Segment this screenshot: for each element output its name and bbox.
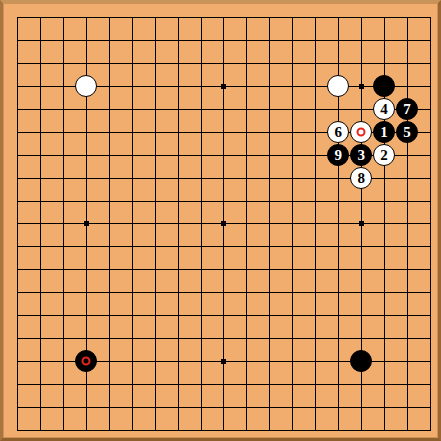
grid-cell bbox=[155, 86, 178, 109]
grid-cell bbox=[269, 40, 292, 63]
grid-cell bbox=[201, 384, 224, 407]
grid-cell bbox=[155, 315, 178, 338]
grid-cell bbox=[201, 269, 224, 292]
grid-cell bbox=[40, 86, 63, 109]
grid-cell bbox=[40, 292, 63, 315]
grid-cell bbox=[155, 361, 178, 384]
grid-cell bbox=[315, 246, 338, 269]
grid-cell bbox=[178, 269, 201, 292]
grid-cell bbox=[86, 201, 109, 224]
grid-cell bbox=[86, 315, 109, 338]
grid-cell bbox=[292, 223, 315, 246]
stone-black-d4 bbox=[75, 350, 97, 372]
move-number-label: 9 bbox=[334, 147, 342, 163]
grid-cell bbox=[407, 223, 430, 246]
grid-cell bbox=[338, 223, 361, 246]
grid-cell bbox=[269, 338, 292, 361]
grid-cell bbox=[246, 338, 269, 361]
grid-cell bbox=[40, 269, 63, 292]
grid-cell bbox=[223, 109, 246, 132]
stone-white-p14 bbox=[350, 121, 372, 143]
grid-cell bbox=[269, 109, 292, 132]
grid-cell bbox=[17, 155, 40, 178]
grid-cell bbox=[338, 384, 361, 407]
grid-cell bbox=[40, 246, 63, 269]
grid-cell bbox=[178, 361, 201, 384]
hoshi-point bbox=[221, 359, 226, 364]
grid-cell bbox=[201, 338, 224, 361]
grid-cell bbox=[109, 361, 132, 384]
hoshi-point bbox=[221, 221, 226, 226]
grid-cell bbox=[63, 223, 86, 246]
grid-cell bbox=[223, 178, 246, 201]
go-board: 476159328 bbox=[0, 0, 441, 441]
grid-cell bbox=[155, 338, 178, 361]
grid-cell bbox=[246, 40, 269, 63]
grid-cell bbox=[63, 40, 86, 63]
grid-cell bbox=[132, 155, 155, 178]
grid-cell bbox=[132, 269, 155, 292]
grid-cell bbox=[63, 109, 86, 132]
grid-cell bbox=[246, 132, 269, 155]
grid-cell bbox=[292, 201, 315, 224]
grid-cell bbox=[178, 201, 201, 224]
stone-white-p12: 8 bbox=[350, 167, 372, 189]
grid-cell bbox=[246, 361, 269, 384]
grid-cell bbox=[315, 315, 338, 338]
grid-cell bbox=[201, 407, 224, 430]
grid-cell bbox=[109, 201, 132, 224]
grid-cell bbox=[292, 17, 315, 40]
grid-cell bbox=[315, 178, 338, 201]
grid-cell bbox=[17, 17, 40, 40]
grid-cell bbox=[384, 246, 407, 269]
grid-cell bbox=[223, 246, 246, 269]
grid-cell bbox=[407, 338, 430, 361]
grid-cell bbox=[155, 155, 178, 178]
grid-cell bbox=[132, 86, 155, 109]
grid-cell bbox=[201, 40, 224, 63]
grid-cell bbox=[292, 109, 315, 132]
grid-cell bbox=[132, 178, 155, 201]
grid-cell bbox=[86, 40, 109, 63]
grid-cell bbox=[407, 384, 430, 407]
grid-cell bbox=[109, 292, 132, 315]
grid-cell bbox=[17, 361, 40, 384]
grid-cell bbox=[384, 178, 407, 201]
grid-cell bbox=[17, 269, 40, 292]
grid-cell bbox=[201, 109, 224, 132]
grid-cell bbox=[246, 86, 269, 109]
grid-cell bbox=[361, 384, 384, 407]
grid-cell bbox=[63, 246, 86, 269]
grid-cell bbox=[338, 246, 361, 269]
grid-cell bbox=[292, 40, 315, 63]
grid-cell bbox=[361, 201, 384, 224]
grid-cell bbox=[86, 132, 109, 155]
grid-cell bbox=[407, 246, 430, 269]
grid-cell bbox=[40, 40, 63, 63]
grid-cell bbox=[384, 201, 407, 224]
grid-cell bbox=[223, 223, 246, 246]
grid-cell bbox=[86, 384, 109, 407]
grid-cell bbox=[361, 246, 384, 269]
grid-cell bbox=[269, 201, 292, 224]
grid-cell bbox=[223, 361, 246, 384]
grid-cell bbox=[269, 361, 292, 384]
grid-cell bbox=[384, 223, 407, 246]
grid-cell bbox=[338, 315, 361, 338]
grid-cell bbox=[132, 132, 155, 155]
grid-cell bbox=[109, 223, 132, 246]
grid-cell bbox=[338, 292, 361, 315]
grid-cell bbox=[223, 384, 246, 407]
grid-cell bbox=[155, 223, 178, 246]
grid-cell bbox=[223, 63, 246, 86]
grid-cell bbox=[17, 315, 40, 338]
grid-cell bbox=[201, 292, 224, 315]
grid-cell bbox=[40, 223, 63, 246]
grid-cell bbox=[292, 63, 315, 86]
grid-cell bbox=[155, 63, 178, 86]
hoshi-point bbox=[359, 221, 364, 226]
grid-cell bbox=[315, 338, 338, 361]
grid-cell bbox=[384, 315, 407, 338]
grid-cell bbox=[178, 63, 201, 86]
grid-cell bbox=[223, 292, 246, 315]
grid-cell bbox=[269, 246, 292, 269]
grid-cell bbox=[63, 292, 86, 315]
grid-cell bbox=[17, 384, 40, 407]
grid-cell bbox=[109, 246, 132, 269]
grid-cell bbox=[17, 201, 40, 224]
grid-cell bbox=[17, 407, 40, 430]
grid-cell bbox=[109, 86, 132, 109]
grid-cell bbox=[40, 155, 63, 178]
stone-black-r15: 7 bbox=[396, 98, 418, 120]
grid-cell bbox=[269, 223, 292, 246]
grid-cell bbox=[269, 155, 292, 178]
grid-cell bbox=[223, 201, 246, 224]
grid-cell bbox=[178, 40, 201, 63]
grid-cell bbox=[40, 407, 63, 430]
grid-cell bbox=[109, 178, 132, 201]
grid-cell bbox=[109, 155, 132, 178]
grid-cell bbox=[155, 384, 178, 407]
hoshi-point bbox=[359, 84, 364, 89]
grid-cell bbox=[178, 86, 201, 109]
grid-cell bbox=[155, 109, 178, 132]
grid-cell bbox=[361, 223, 384, 246]
grid-cell bbox=[201, 201, 224, 224]
grid-cell bbox=[109, 384, 132, 407]
grid-cell bbox=[40, 178, 63, 201]
move-number-label: 5 bbox=[403, 124, 411, 140]
grid-cell bbox=[223, 86, 246, 109]
grid-cell bbox=[86, 407, 109, 430]
grid-cell bbox=[155, 407, 178, 430]
grid-cell bbox=[407, 63, 430, 86]
grid-cell bbox=[155, 40, 178, 63]
grid-cell bbox=[132, 246, 155, 269]
grid-cell bbox=[223, 269, 246, 292]
grid-cell bbox=[178, 407, 201, 430]
grid-cell bbox=[315, 269, 338, 292]
grid-cell bbox=[292, 361, 315, 384]
grid-cell bbox=[132, 338, 155, 361]
grid-cell bbox=[17, 63, 40, 86]
grid-cell bbox=[407, 269, 430, 292]
grid-cell bbox=[178, 384, 201, 407]
move-number-label: 6 bbox=[334, 124, 342, 140]
grid-cell bbox=[132, 361, 155, 384]
grid-cell bbox=[223, 155, 246, 178]
grid-cell bbox=[132, 201, 155, 224]
stone-white-q13: 2 bbox=[373, 144, 395, 166]
stone-black-o13: 9 bbox=[327, 144, 349, 166]
grid-cell bbox=[384, 361, 407, 384]
grid-cell bbox=[86, 292, 109, 315]
grid-cell bbox=[201, 223, 224, 246]
grid-cell bbox=[155, 246, 178, 269]
grid-cell bbox=[246, 246, 269, 269]
grid-cell bbox=[315, 361, 338, 384]
grid-cell bbox=[246, 17, 269, 40]
grid-cell bbox=[178, 132, 201, 155]
grid-cell bbox=[315, 292, 338, 315]
grid-cell bbox=[407, 292, 430, 315]
grid-cell bbox=[246, 63, 269, 86]
grid-cell bbox=[17, 86, 40, 109]
grid-cell bbox=[178, 246, 201, 269]
grid-cell bbox=[40, 384, 63, 407]
grid-cell bbox=[63, 201, 86, 224]
move-number-label: 7 bbox=[403, 101, 411, 117]
grid-cell bbox=[246, 155, 269, 178]
grid-cell bbox=[132, 292, 155, 315]
grid-cell bbox=[246, 407, 269, 430]
grid-cell bbox=[338, 201, 361, 224]
grid-cell bbox=[292, 178, 315, 201]
grid-cell bbox=[40, 17, 63, 40]
grid-cell bbox=[109, 17, 132, 40]
grid-cell bbox=[63, 407, 86, 430]
grid-cell bbox=[269, 407, 292, 430]
grid-cell bbox=[155, 269, 178, 292]
circle-marker-icon bbox=[357, 127, 366, 136]
grid-cell bbox=[178, 223, 201, 246]
grid-cell bbox=[155, 17, 178, 40]
grid-cell bbox=[155, 132, 178, 155]
grid-cell bbox=[132, 17, 155, 40]
grid-cell bbox=[201, 132, 224, 155]
grid-cell bbox=[201, 315, 224, 338]
grid-cell bbox=[86, 155, 109, 178]
circle-marker-icon bbox=[81, 357, 90, 366]
grid-cell bbox=[132, 407, 155, 430]
grid-cell bbox=[292, 246, 315, 269]
grid-cell bbox=[269, 269, 292, 292]
grid-cell bbox=[315, 407, 338, 430]
grid-cell bbox=[132, 40, 155, 63]
grid-cell bbox=[223, 17, 246, 40]
grid-cell bbox=[292, 315, 315, 338]
grid-cell bbox=[17, 132, 40, 155]
grid-cell bbox=[223, 338, 246, 361]
grid-cell bbox=[246, 178, 269, 201]
grid-cell bbox=[246, 109, 269, 132]
grid-cell bbox=[63, 155, 86, 178]
grid-cell bbox=[201, 178, 224, 201]
grid-cell bbox=[269, 17, 292, 40]
grid-cell bbox=[109, 407, 132, 430]
grid-cell bbox=[17, 246, 40, 269]
move-number-label: 2 bbox=[380, 147, 388, 163]
grid-cell bbox=[269, 292, 292, 315]
move-number-label: 3 bbox=[357, 147, 365, 163]
grid-cell bbox=[384, 269, 407, 292]
grid-cell bbox=[361, 315, 384, 338]
grid-cell bbox=[407, 315, 430, 338]
grid-cell bbox=[132, 223, 155, 246]
grid-cell bbox=[17, 292, 40, 315]
grid-cell bbox=[63, 384, 86, 407]
grid-cell bbox=[155, 201, 178, 224]
grid-cell bbox=[361, 40, 384, 63]
stone-white-d16 bbox=[75, 75, 97, 97]
grid-cell bbox=[407, 155, 430, 178]
grid-cell bbox=[109, 338, 132, 361]
grid-cell bbox=[40, 315, 63, 338]
grid-cell bbox=[17, 178, 40, 201]
grid-cell bbox=[132, 109, 155, 132]
grid-cell bbox=[361, 292, 384, 315]
grid-cell bbox=[109, 269, 132, 292]
grid-cell bbox=[292, 292, 315, 315]
grid-cell bbox=[109, 40, 132, 63]
grid-cell bbox=[86, 109, 109, 132]
grid-cell bbox=[86, 269, 109, 292]
grid-cell bbox=[86, 223, 109, 246]
grid-cell bbox=[292, 86, 315, 109]
grid-cell bbox=[40, 63, 63, 86]
grid-cell bbox=[361, 17, 384, 40]
grid-cell bbox=[155, 178, 178, 201]
grid-cell bbox=[407, 407, 430, 430]
grid-cell bbox=[201, 246, 224, 269]
grid-cell bbox=[201, 155, 224, 178]
grid-cell bbox=[361, 407, 384, 430]
grid-cell bbox=[384, 384, 407, 407]
grid-cell bbox=[178, 155, 201, 178]
grid-cell bbox=[63, 178, 86, 201]
grid-cell bbox=[40, 132, 63, 155]
stone-white-q15: 4 bbox=[373, 98, 395, 120]
grid-cell bbox=[269, 132, 292, 155]
grid-cell bbox=[40, 109, 63, 132]
grid-cell bbox=[292, 269, 315, 292]
grid-cell bbox=[384, 17, 407, 40]
grid-cell bbox=[246, 315, 269, 338]
hoshi-point bbox=[221, 84, 226, 89]
grid-cell bbox=[269, 63, 292, 86]
grid-cell bbox=[109, 63, 132, 86]
stone-black-p13: 3 bbox=[350, 144, 372, 166]
grid-cell bbox=[315, 384, 338, 407]
grid-cell bbox=[269, 384, 292, 407]
grid-cell bbox=[63, 315, 86, 338]
grid-cell bbox=[86, 17, 109, 40]
grid-cell bbox=[269, 315, 292, 338]
grid-cell bbox=[223, 315, 246, 338]
move-number-label: 8 bbox=[357, 170, 365, 186]
grid-cell bbox=[40, 201, 63, 224]
stone-black-q16 bbox=[373, 75, 395, 97]
grid-cell bbox=[178, 292, 201, 315]
grid-cell bbox=[17, 338, 40, 361]
grid-cell bbox=[201, 63, 224, 86]
grid-cell bbox=[361, 269, 384, 292]
grid-cell bbox=[292, 155, 315, 178]
stone-white-o16 bbox=[327, 75, 349, 97]
grid-cell bbox=[63, 269, 86, 292]
grid-cell bbox=[384, 292, 407, 315]
grid-cell bbox=[178, 338, 201, 361]
grid-cell bbox=[407, 178, 430, 201]
grid-cell bbox=[132, 384, 155, 407]
grid-cell bbox=[132, 63, 155, 86]
grid-cell bbox=[109, 315, 132, 338]
grid-cell bbox=[201, 361, 224, 384]
stone-black-r14: 5 bbox=[396, 121, 418, 143]
grid-cell bbox=[178, 17, 201, 40]
grid-cell bbox=[384, 338, 407, 361]
grid-cell bbox=[223, 40, 246, 63]
grid-cell bbox=[407, 361, 430, 384]
stone-white-o14: 6 bbox=[327, 121, 349, 143]
stone-black-q14: 1 bbox=[373, 121, 395, 143]
grid-cell bbox=[292, 384, 315, 407]
grid-cell bbox=[201, 17, 224, 40]
grid-cell bbox=[155, 292, 178, 315]
grid-cell bbox=[246, 292, 269, 315]
grid-cell bbox=[178, 109, 201, 132]
grid-cell bbox=[407, 201, 430, 224]
grid-cell bbox=[201, 86, 224, 109]
grid-cell bbox=[109, 132, 132, 155]
grid-cell bbox=[315, 201, 338, 224]
grid-cell bbox=[338, 40, 361, 63]
hoshi-point bbox=[84, 221, 89, 226]
grid-cell bbox=[40, 338, 63, 361]
grid-cell bbox=[246, 223, 269, 246]
grid-cell bbox=[86, 178, 109, 201]
move-number-label: 4 bbox=[380, 101, 388, 117]
grid-cell bbox=[40, 361, 63, 384]
grid-cell bbox=[407, 40, 430, 63]
grid-cell bbox=[178, 315, 201, 338]
grid-cell bbox=[132, 315, 155, 338]
grid-cell bbox=[17, 40, 40, 63]
grid-cell bbox=[178, 178, 201, 201]
grid-cell bbox=[384, 40, 407, 63]
grid-cell bbox=[63, 17, 86, 40]
grid-cell bbox=[269, 86, 292, 109]
grid-cell bbox=[17, 109, 40, 132]
grid-cell bbox=[292, 407, 315, 430]
grid-cell bbox=[109, 109, 132, 132]
grid-cell bbox=[292, 132, 315, 155]
